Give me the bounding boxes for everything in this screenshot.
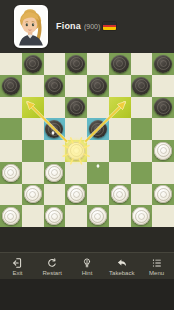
white-piece-a3[interactable] — [2, 164, 20, 182]
square-a7[interactable] — [0, 75, 22, 97]
exit-button[interactable]: Exit — [0, 253, 35, 279]
exit-icon — [11, 257, 23, 269]
black-piece-c5[interactable] — [45, 120, 63, 138]
square-g7[interactable] — [131, 75, 153, 97]
square-b6[interactable] — [22, 97, 44, 119]
checkers-app: Fiona (900) ExitRestartHintTakebackMenu — [0, 0, 174, 310]
square-e6[interactable] — [87, 97, 109, 119]
square-e2[interactable] — [87, 184, 109, 206]
white-piece-e1[interactable] — [89, 207, 107, 225]
takeback-label: Takeback — [109, 270, 134, 276]
player-avatar[interactable] — [14, 5, 48, 48]
square-h7[interactable] — [152, 75, 174, 97]
square-c8[interactable] — [44, 53, 66, 75]
square-e7[interactable] — [87, 75, 109, 97]
square-h3[interactable] — [152, 162, 174, 184]
hint-icon — [81, 257, 93, 269]
square-h1[interactable] — [152, 205, 174, 227]
white-piece-f2[interactable] — [111, 185, 129, 203]
black-piece-d6[interactable] — [67, 98, 85, 116]
menu-icon — [151, 257, 163, 269]
takeback-button[interactable]: Takeback — [104, 253, 139, 279]
white-piece-d4[interactable] — [67, 142, 85, 160]
square-g5[interactable] — [131, 118, 153, 140]
square-a3[interactable] — [0, 162, 22, 184]
opponent-header: Fiona (900) — [0, 0, 174, 53]
player-info: Fiona (900) — [56, 21, 116, 31]
square-h8[interactable] — [152, 53, 174, 75]
square-c5[interactable] — [44, 118, 66, 140]
black-piece-c7[interactable] — [45, 77, 63, 95]
square-d1[interactable] — [65, 205, 87, 227]
square-h2[interactable] — [152, 184, 174, 206]
square-a6[interactable] — [0, 97, 22, 119]
restart-icon — [46, 257, 58, 269]
square-g2[interactable] — [131, 184, 153, 206]
square-b3[interactable] — [22, 162, 44, 184]
square-c1[interactable] — [44, 205, 66, 227]
black-piece-a7[interactable] — [2, 77, 20, 95]
square-c4[interactable] — [44, 140, 66, 162]
square-b4[interactable] — [22, 140, 44, 162]
square-b7[interactable] — [22, 75, 44, 97]
square-c7[interactable] — [44, 75, 66, 97]
square-c2[interactable] — [44, 184, 66, 206]
menu-button[interactable]: Menu — [139, 253, 174, 279]
square-b8[interactable] — [22, 53, 44, 75]
white-piece-g1[interactable] — [132, 207, 150, 225]
square-f5[interactable] — [109, 118, 131, 140]
square-h6[interactable] — [152, 97, 174, 119]
square-f3[interactable] — [109, 162, 131, 184]
square-h4[interactable] — [152, 140, 174, 162]
square-a8[interactable] — [0, 53, 22, 75]
square-e1[interactable] — [87, 205, 109, 227]
square-g1[interactable] — [131, 205, 153, 227]
square-a1[interactable] — [0, 205, 22, 227]
square-f7[interactable] — [109, 75, 131, 97]
bottom-panel: ExitRestartHintTakebackMenu — [0, 227, 174, 310]
square-d2[interactable] — [65, 184, 87, 206]
square-h5[interactable] — [152, 118, 174, 140]
black-piece-e5[interactable] — [89, 120, 107, 138]
square-f8[interactable] — [109, 53, 131, 75]
black-piece-h8[interactable] — [154, 55, 172, 73]
square-a5[interactable] — [0, 118, 22, 140]
toolbar: ExitRestartHintTakebackMenu — [0, 252, 174, 279]
square-e4[interactable] — [87, 140, 109, 162]
square-e3[interactable] — [87, 162, 109, 184]
black-piece-d8[interactable] — [67, 55, 85, 73]
avatar-image — [16, 7, 46, 46]
square-a4[interactable] — [0, 140, 22, 162]
black-piece-e7[interactable] — [89, 77, 107, 95]
square-d3[interactable] — [65, 162, 87, 184]
white-piece-h4[interactable] — [154, 142, 172, 160]
square-f4[interactable] — [109, 140, 131, 162]
square-a2[interactable] — [0, 184, 22, 206]
player-rating: (900) — [84, 23, 100, 30]
exit-label: Exit — [12, 270, 22, 276]
square-c6[interactable] — [44, 97, 66, 119]
square-b5[interactable] — [22, 118, 44, 140]
square-b2[interactable] — [22, 184, 44, 206]
square-d4[interactable] — [65, 140, 87, 162]
white-piece-d2[interactable] — [67, 185, 85, 203]
hint-label: Hint — [82, 270, 93, 276]
square-f6[interactable] — [109, 97, 131, 119]
square-f2[interactable] — [109, 184, 131, 206]
white-piece-h2[interactable] — [154, 185, 172, 203]
white-piece-b2[interactable] — [24, 185, 42, 203]
black-piece-h6[interactable] — [154, 98, 172, 116]
black-piece-b8[interactable] — [24, 55, 42, 73]
restart-label: Restart — [43, 270, 62, 276]
square-g3[interactable] — [131, 162, 153, 184]
square-g4[interactable] — [131, 140, 153, 162]
germany-flag-icon — [103, 22, 116, 30]
black-piece-f8[interactable] — [111, 55, 129, 73]
footer-gap — [0, 227, 174, 252]
square-e8[interactable] — [87, 53, 109, 75]
square-f1[interactable] — [109, 205, 131, 227]
player-name: Fiona — [56, 21, 81, 31]
square-d8[interactable] — [65, 53, 87, 75]
takeback-icon — [116, 257, 128, 269]
hint-button[interactable]: Hint — [70, 253, 105, 279]
square-g6[interactable] — [131, 97, 153, 119]
square-e5[interactable] — [87, 118, 109, 140]
square-g8[interactable] — [131, 53, 153, 75]
square-d7[interactable] — [65, 75, 87, 97]
white-piece-a1[interactable] — [2, 207, 20, 225]
square-d6[interactable] — [65, 97, 87, 119]
restart-button[interactable]: Restart — [35, 253, 70, 279]
black-piece-g7[interactable] — [132, 77, 150, 95]
square-d5[interactable] — [65, 118, 87, 140]
square-b1[interactable] — [22, 205, 44, 227]
square-c3[interactable] — [44, 162, 66, 184]
white-piece-c3[interactable] — [45, 164, 63, 182]
checkers-board — [0, 53, 174, 227]
white-piece-c1[interactable] — [45, 207, 63, 225]
menu-label: Menu — [149, 270, 164, 276]
